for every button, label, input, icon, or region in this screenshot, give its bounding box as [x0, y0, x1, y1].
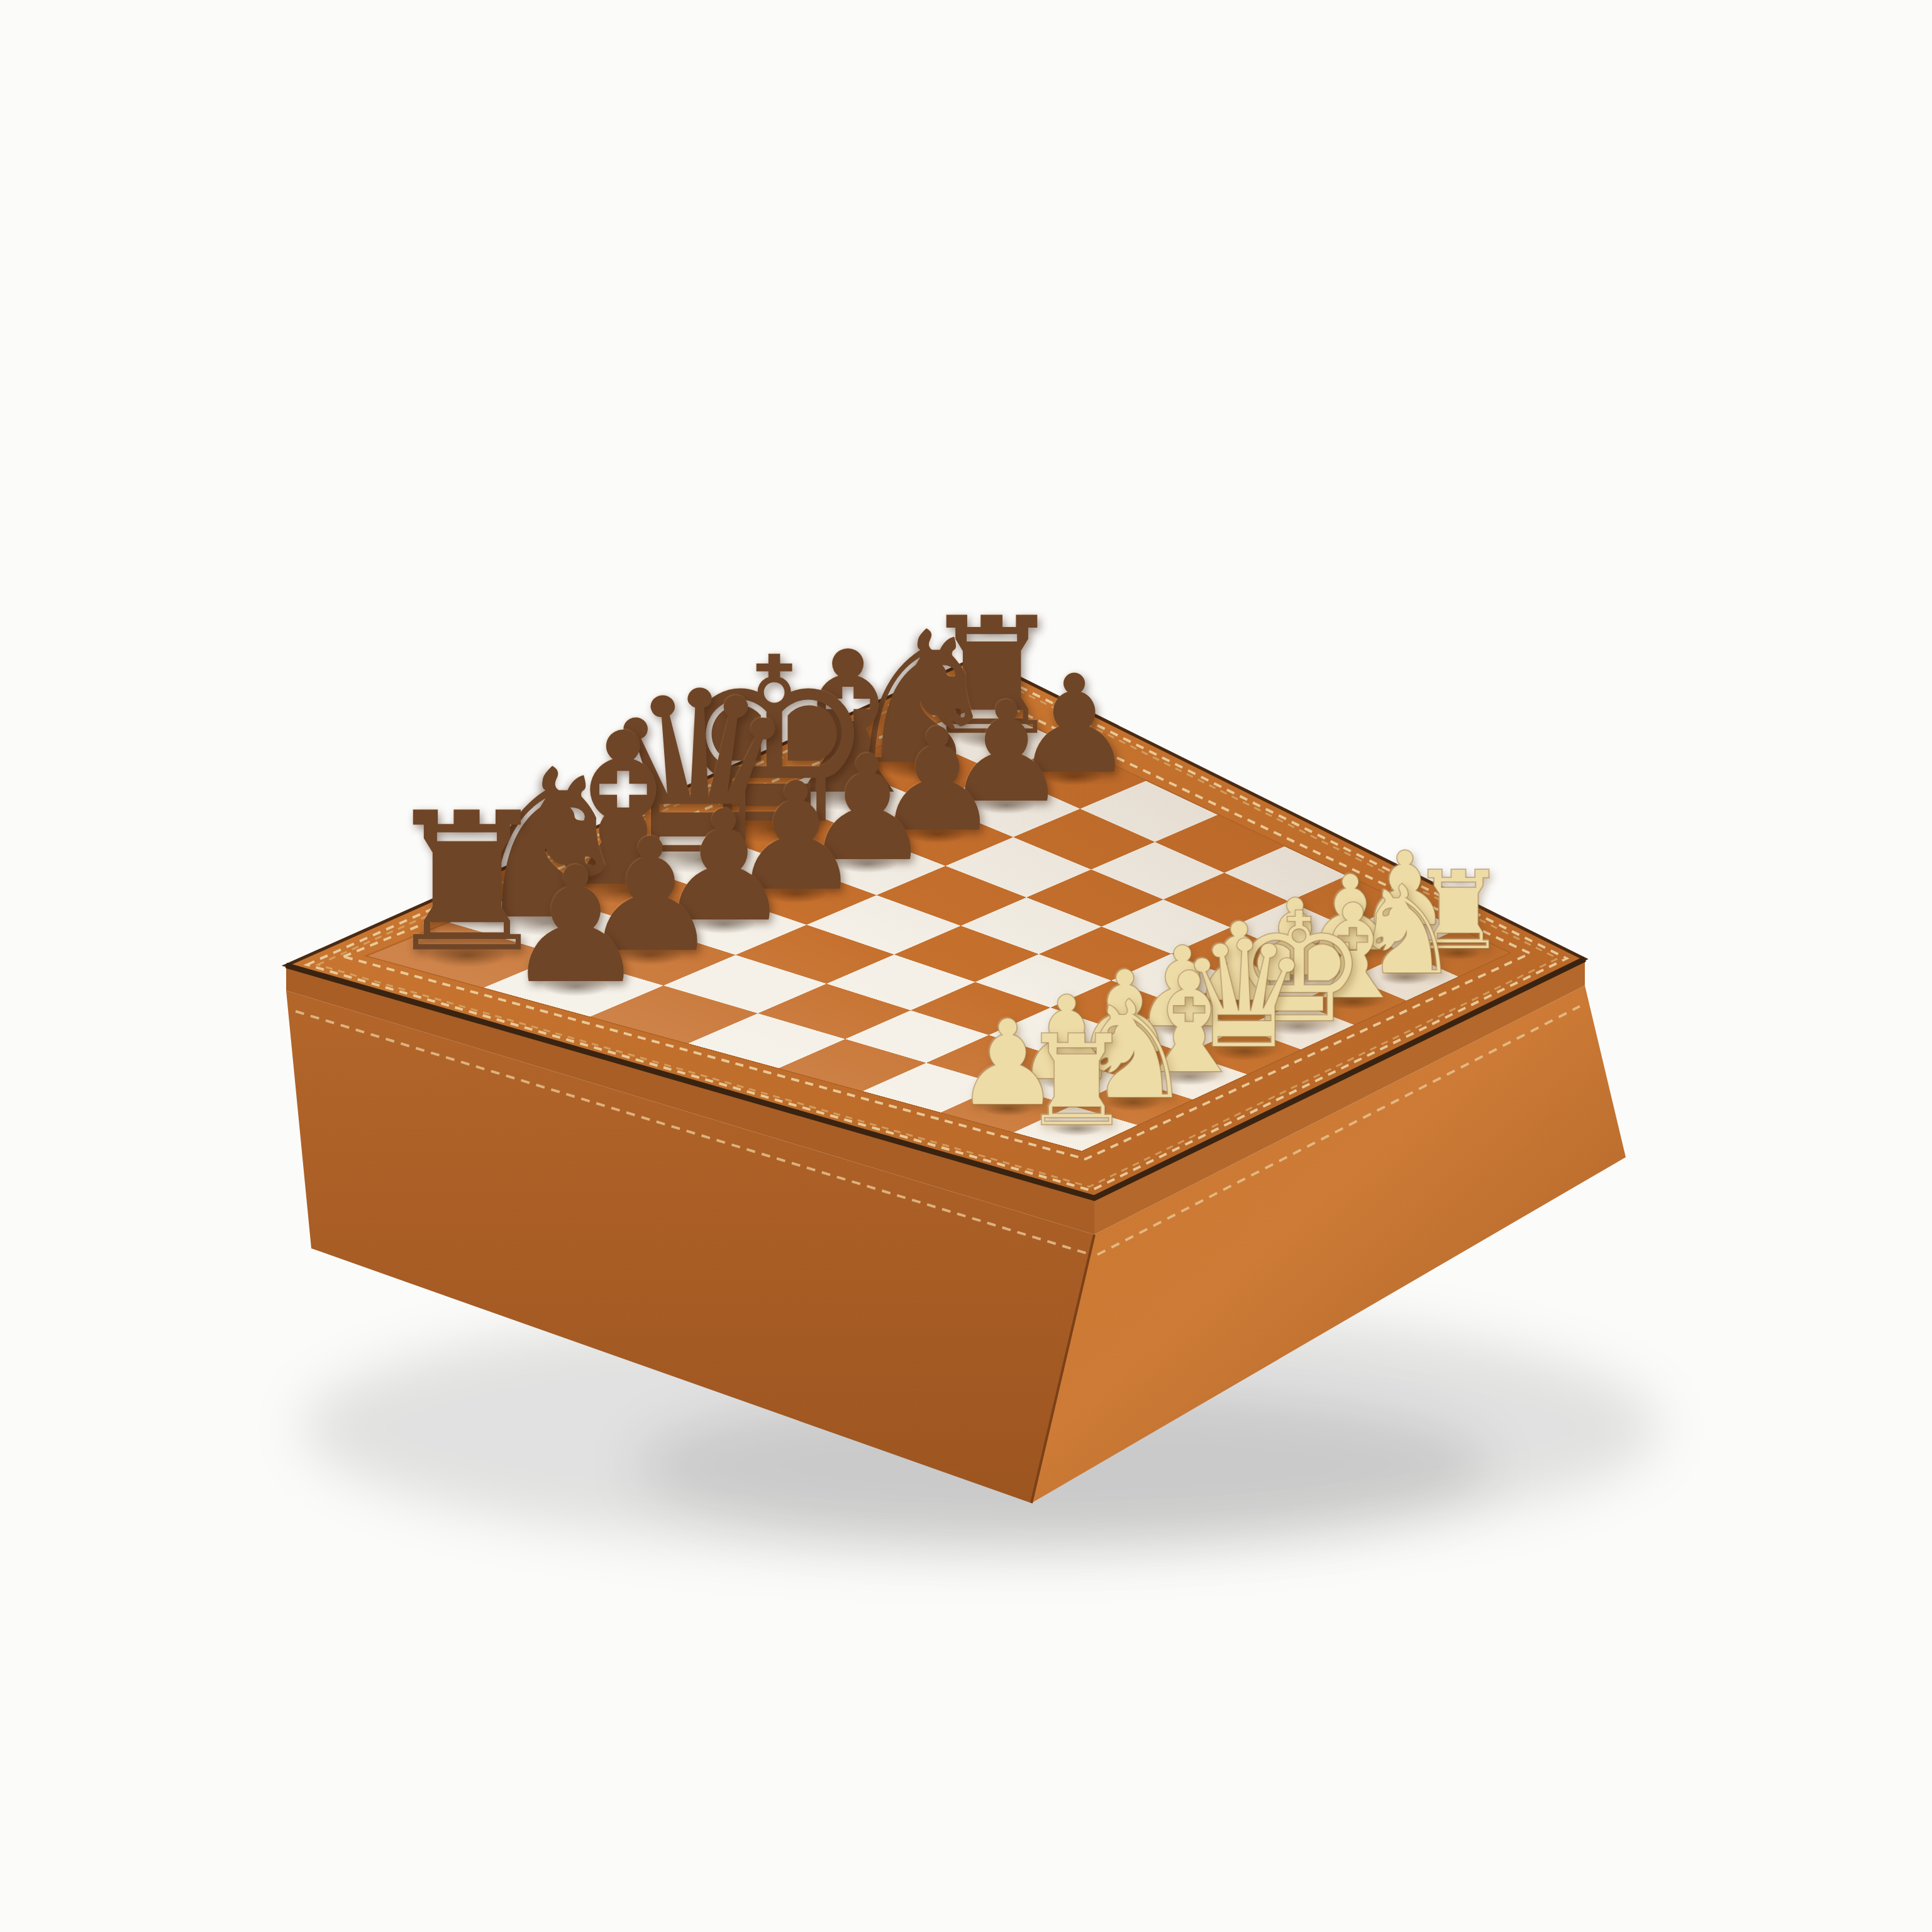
product-photo-stage: ♜♞♟♝♟♚♟♛♟♝♟♞♟♟♜♟♟♜♞♟♟♝♟♚♟♛♟♝♟♞♟♜	[0, 0, 1932, 1932]
